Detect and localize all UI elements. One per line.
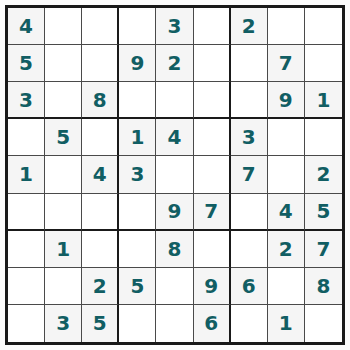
cell-r1c1[interactable]: 4 — [8, 8, 45, 45]
cell-r9c3[interactable]: 5 — [82, 305, 119, 342]
cell-r8c2[interactable] — [45, 268, 82, 305]
cell-r1c5[interactable]: 3 — [156, 8, 193, 45]
cell-r7c7[interactable] — [231, 231, 268, 268]
cell-r3c4[interactable] — [119, 82, 156, 119]
cell-r6c3[interactable] — [82, 194, 119, 231]
cell-r8c3[interactable]: 2 — [82, 268, 119, 305]
cell-r9c4[interactable] — [119, 305, 156, 342]
sudoku-board: 4325927389151431437297451827259683561 — [5, 5, 345, 345]
cell-r9c5[interactable] — [156, 305, 193, 342]
cell-r7c1[interactable] — [8, 231, 45, 268]
cell-r5c7[interactable]: 7 — [231, 156, 268, 193]
cell-r8c4[interactable]: 5 — [119, 268, 156, 305]
cell-r9c9[interactable] — [305, 305, 342, 342]
cell-r1c3[interactable] — [82, 8, 119, 45]
cell-r7c5[interactable]: 8 — [156, 231, 193, 268]
cell-r1c7[interactable]: 2 — [231, 8, 268, 45]
cell-r6c7[interactable] — [231, 194, 268, 231]
cell-r7c9[interactable]: 7 — [305, 231, 342, 268]
cell-r9c8[interactable]: 1 — [268, 305, 305, 342]
cell-r9c1[interactable] — [8, 305, 45, 342]
cell-r3c3[interactable]: 8 — [82, 82, 119, 119]
cell-r2c2[interactable] — [45, 45, 82, 82]
cell-r2c8[interactable]: 7 — [268, 45, 305, 82]
cell-r4c5[interactable]: 4 — [156, 119, 193, 156]
cell-r4c3[interactable] — [82, 119, 119, 156]
cell-r4c7[interactable]: 3 — [231, 119, 268, 156]
cell-r6c5[interactable]: 9 — [156, 194, 193, 231]
cell-r5c8[interactable] — [268, 156, 305, 193]
cell-r4c9[interactable] — [305, 119, 342, 156]
cell-r2c5[interactable]: 2 — [156, 45, 193, 82]
cell-r8c8[interactable] — [268, 268, 305, 305]
cell-r2c7[interactable] — [231, 45, 268, 82]
cell-r4c1[interactable] — [8, 119, 45, 156]
cell-r2c4[interactable]: 9 — [119, 45, 156, 82]
cell-r2c1[interactable]: 5 — [8, 45, 45, 82]
cell-r6c8[interactable]: 4 — [268, 194, 305, 231]
cell-r1c9[interactable] — [305, 8, 342, 45]
cell-r9c7[interactable] — [231, 305, 268, 342]
cell-r7c6[interactable] — [194, 231, 231, 268]
cell-r5c6[interactable] — [194, 156, 231, 193]
cell-r4c2[interactable]: 5 — [45, 119, 82, 156]
cell-r3c8[interactable]: 9 — [268, 82, 305, 119]
cell-r2c9[interactable] — [305, 45, 342, 82]
cell-r1c2[interactable] — [45, 8, 82, 45]
sudoku-grid: 4325927389151431437297451827259683561 — [8, 8, 342, 342]
cell-r6c9[interactable]: 5 — [305, 194, 342, 231]
cell-r3c1[interactable]: 3 — [8, 82, 45, 119]
cell-r7c4[interactable] — [119, 231, 156, 268]
cell-r8c5[interactable] — [156, 268, 193, 305]
cell-r9c6[interactable]: 6 — [194, 305, 231, 342]
cell-r8c9[interactable]: 8 — [305, 268, 342, 305]
cell-r3c6[interactable] — [194, 82, 231, 119]
cell-r2c6[interactable] — [194, 45, 231, 82]
cell-r3c5[interactable] — [156, 82, 193, 119]
cell-r5c3[interactable]: 4 — [82, 156, 119, 193]
cell-r5c5[interactable] — [156, 156, 193, 193]
cell-r6c1[interactable] — [8, 194, 45, 231]
cell-r9c2[interactable]: 3 — [45, 305, 82, 342]
cell-r6c4[interactable] — [119, 194, 156, 231]
cell-r5c2[interactable] — [45, 156, 82, 193]
cell-r1c6[interactable] — [194, 8, 231, 45]
cell-r6c2[interactable] — [45, 194, 82, 231]
cell-r3c9[interactable]: 1 — [305, 82, 342, 119]
cell-r4c4[interactable]: 1 — [119, 119, 156, 156]
cell-r4c8[interactable] — [268, 119, 305, 156]
cell-r3c2[interactable] — [45, 82, 82, 119]
cell-r7c2[interactable]: 1 — [45, 231, 82, 268]
cell-r3c7[interactable] — [231, 82, 268, 119]
cell-r8c6[interactable]: 9 — [194, 268, 231, 305]
cell-r1c4[interactable] — [119, 8, 156, 45]
cell-r5c4[interactable]: 3 — [119, 156, 156, 193]
cell-r8c1[interactable] — [8, 268, 45, 305]
cell-r5c9[interactable]: 2 — [305, 156, 342, 193]
cell-r7c8[interactable]: 2 — [268, 231, 305, 268]
cell-r4c6[interactable] — [194, 119, 231, 156]
cell-r1c8[interactable] — [268, 8, 305, 45]
cell-r5c1[interactable]: 1 — [8, 156, 45, 193]
cell-r6c6[interactable]: 7 — [194, 194, 231, 231]
cell-r8c7[interactable]: 6 — [231, 268, 268, 305]
cell-r2c3[interactable] — [82, 45, 119, 82]
cell-r7c3[interactable] — [82, 231, 119, 268]
